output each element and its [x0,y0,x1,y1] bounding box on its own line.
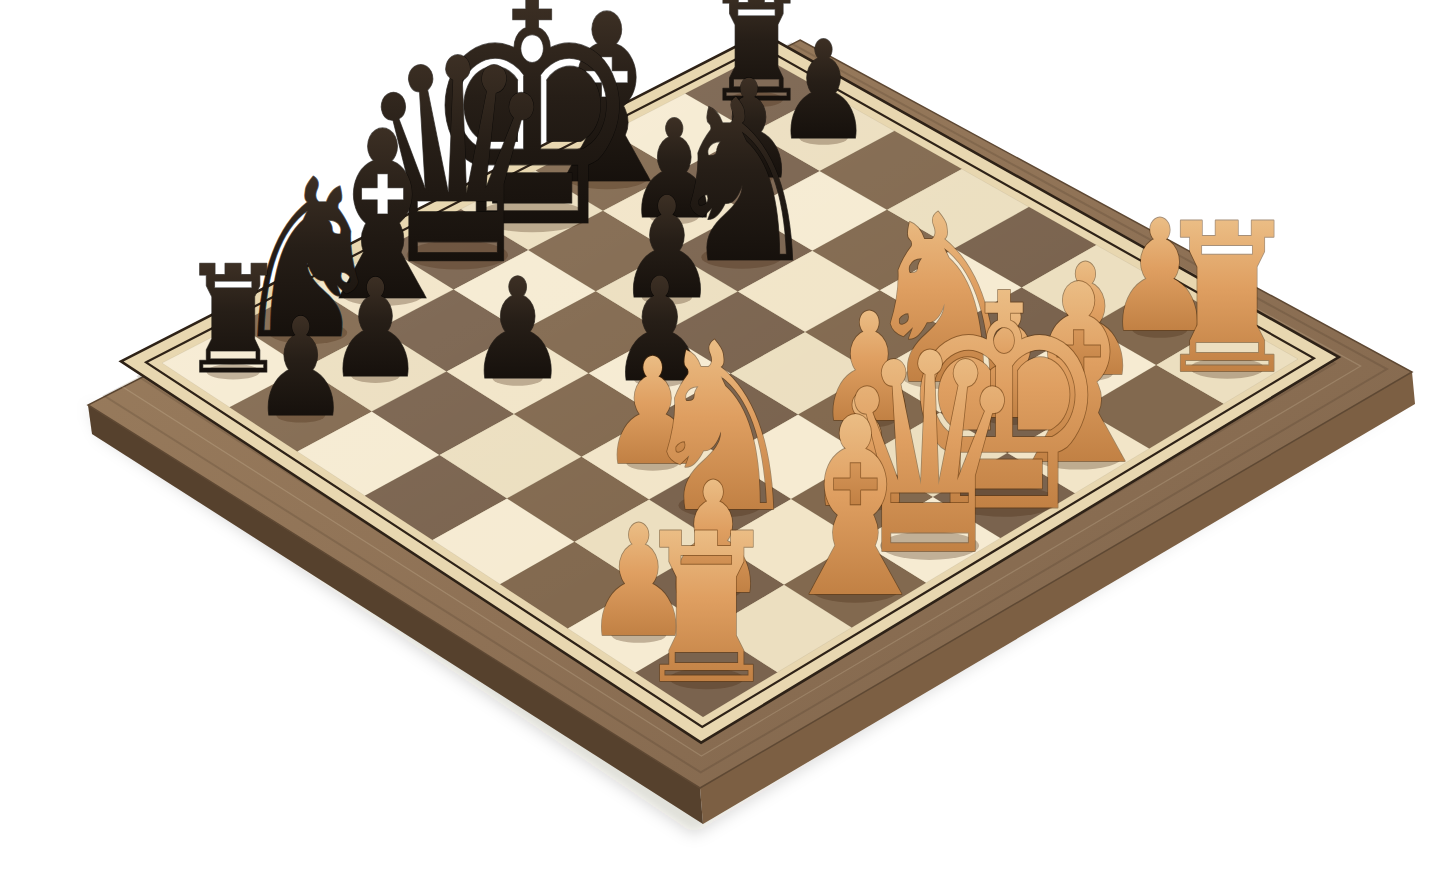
piece-black-pawn-c6: ♟ [467,248,567,411]
piece-black-pawn-a7: ♟ [252,289,350,447]
piece-white-rook-a1: ♜ [633,490,781,730]
svg-text:♟: ♟ [252,289,350,447]
chess-set-photo: ♜♟♝♟♚♟♛♞♝♟♟♞♜♜♟♟♞♟♟♟♟♟♝♟♚♟♞♛♝♟♟♜ [0,0,1445,875]
svg-text:♟: ♟ [467,248,567,411]
piece-white-rook-h1: ♜ [1153,180,1301,420]
piece-white-bishop-c1: ♝ [767,366,943,653]
svg-text:♝: ♝ [767,366,943,653]
svg-text:♜: ♜ [633,490,781,730]
svg-text:♜: ♜ [1153,180,1301,420]
chessboard: ♜♟♝♟♚♟♛♞♝♟♟♞♜♜♟♟♞♟♟♟♟♟♝♟♚♟♞♛♝♟♟♜ [0,0,1445,875]
